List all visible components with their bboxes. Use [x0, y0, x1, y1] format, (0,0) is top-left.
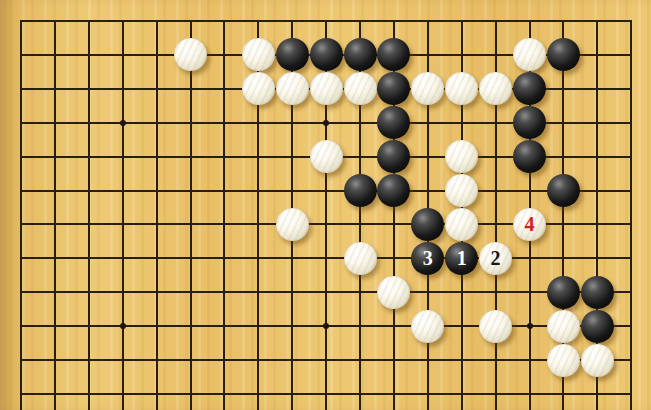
stone-black[interactable] [377, 106, 410, 139]
grid-line-vertical [156, 20, 158, 410]
grid-line-horizontal [20, 291, 632, 293]
star-point [527, 323, 533, 329]
grid-line-horizontal [20, 359, 632, 361]
stone-black[interactable] [344, 38, 377, 71]
grid-line-horizontal [20, 20, 632, 22]
stone-black[interactable] [513, 72, 546, 105]
grid-line-vertical [630, 20, 632, 410]
move-number-label: 1 [445, 242, 478, 275]
stone-black[interactable] [547, 38, 580, 71]
grid-line-vertical [54, 20, 56, 410]
stone-white[interactable] [445, 140, 478, 173]
grid-line-vertical [20, 20, 22, 410]
move-stone-2-white[interactable]: 2 [479, 242, 512, 275]
grid-line-horizontal [20, 190, 632, 192]
star-point [323, 323, 329, 329]
move-number-label: 2 [479, 242, 512, 275]
stone-white[interactable] [479, 310, 512, 343]
star-point [323, 120, 329, 126]
grid-line-vertical [223, 20, 225, 410]
stone-white[interactable] [513, 38, 546, 71]
grid-line-vertical [88, 20, 90, 410]
stone-white[interactable] [581, 344, 614, 377]
stone-black[interactable] [344, 174, 377, 207]
stone-white[interactable] [479, 72, 512, 105]
stone-black[interactable] [513, 140, 546, 173]
stone-black[interactable] [547, 174, 580, 207]
stone-white[interactable] [377, 276, 410, 309]
grid-line-horizontal [20, 257, 632, 259]
stone-white[interactable] [445, 72, 478, 105]
move-number-label: 3 [411, 242, 444, 275]
stone-black[interactable] [377, 174, 410, 207]
move-stone-1-black[interactable]: 1 [445, 242, 478, 275]
stone-white[interactable] [344, 72, 377, 105]
stone-white[interactable] [547, 310, 580, 343]
stone-white[interactable] [242, 72, 275, 105]
stone-white[interactable] [242, 38, 275, 71]
go-board[interactable]: 4312 [0, 0, 651, 410]
stone-white[interactable] [547, 344, 580, 377]
star-point [120, 323, 126, 329]
grid-line-vertical [190, 20, 192, 410]
stone-black[interactable] [377, 72, 410, 105]
move-stone-4-white[interactable]: 4 [513, 208, 546, 241]
stone-black[interactable] [581, 276, 614, 309]
stone-black[interactable] [581, 310, 614, 343]
stone-white[interactable] [411, 310, 444, 343]
stone-white[interactable] [344, 242, 377, 275]
stone-white[interactable] [310, 72, 343, 105]
stone-white[interactable] [174, 38, 207, 71]
stone-white[interactable] [445, 208, 478, 241]
move-number-label: 4 [513, 208, 546, 241]
grid-line-vertical [122, 20, 124, 410]
star-point [120, 120, 126, 126]
stone-black[interactable] [411, 208, 444, 241]
stone-white[interactable] [276, 72, 309, 105]
stone-white[interactable] [411, 72, 444, 105]
move-stone-3-black[interactable]: 3 [411, 242, 444, 275]
stone-black[interactable] [377, 140, 410, 173]
grid-line-horizontal [20, 393, 632, 395]
stone-black[interactable] [276, 38, 309, 71]
stone-white[interactable] [276, 208, 309, 241]
stone-white[interactable] [445, 174, 478, 207]
stone-white[interactable] [310, 140, 343, 173]
stone-black[interactable] [513, 106, 546, 139]
stone-black[interactable] [377, 38, 410, 71]
stone-black[interactable] [310, 38, 343, 71]
stone-black[interactable] [547, 276, 580, 309]
